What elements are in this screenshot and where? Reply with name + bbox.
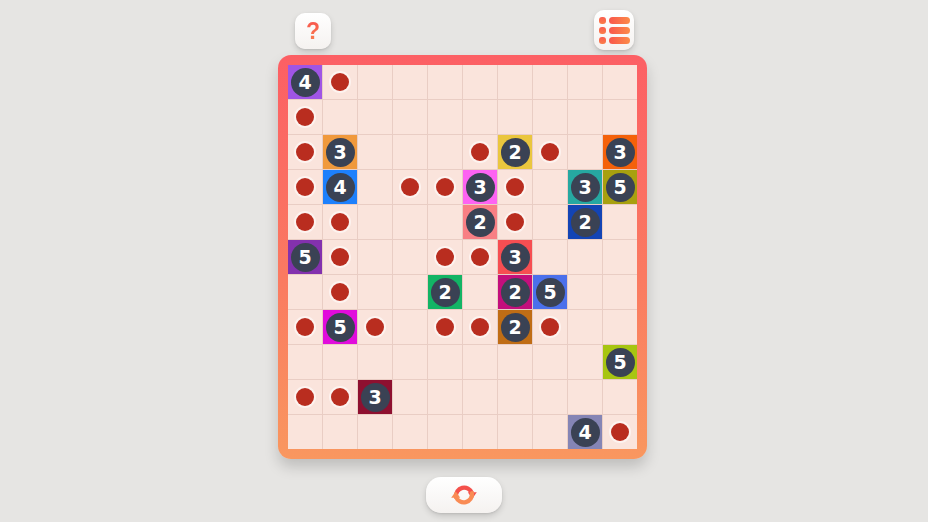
cell-r1c10[interactable] (603, 65, 637, 99)
cell-r6c10[interactable] (603, 240, 637, 274)
cell-r10c9[interactable] (568, 380, 602, 414)
cell-r5c6[interactable]: 2 (463, 205, 497, 239)
cell-r3c8[interactable] (533, 135, 567, 169)
cell-r3c7[interactable]: 2 (498, 135, 532, 169)
clue-number-4: 4 (571, 418, 600, 447)
cell-r1c4[interactable] (393, 65, 427, 99)
clue-number-2: 2 (501, 278, 530, 307)
cell-r1c1[interactable]: 4 (288, 65, 322, 99)
question-mark-icon: ? (306, 20, 320, 43)
clue-number-4: 4 (291, 68, 320, 97)
red-dot (296, 213, 314, 231)
cell-r9c1[interactable] (288, 345, 322, 379)
red-dot (366, 318, 384, 336)
cell-r10c8[interactable] (533, 380, 567, 414)
cell-r9c2[interactable] (323, 345, 357, 379)
cell-r10c7[interactable] (498, 380, 532, 414)
refresh-icon (451, 482, 477, 508)
clue-number-3: 3 (571, 173, 600, 202)
cell-r3c5[interactable] (428, 135, 462, 169)
cell-r5c10[interactable] (603, 205, 637, 239)
cell-r6c4[interactable] (393, 240, 427, 274)
cell-r10c5[interactable] (428, 380, 462, 414)
cell-r9c8[interactable] (533, 345, 567, 379)
clue-number-5: 5 (536, 278, 565, 307)
cell-r7c5[interactable]: 2 (428, 275, 462, 309)
cell-r9c7[interactable] (498, 345, 532, 379)
red-dot (296, 388, 314, 406)
cell-r11c10[interactable] (603, 415, 637, 449)
cell-r2c3[interactable] (358, 100, 392, 134)
cell-r6c7[interactable]: 3 (498, 240, 532, 274)
clue-number-5: 5 (291, 243, 320, 272)
red-dot (541, 318, 559, 336)
cell-r1c5[interactable] (428, 65, 462, 99)
cell-r7c8[interactable]: 5 (533, 275, 567, 309)
cell-r4c8[interactable] (533, 170, 567, 204)
cell-r6c1[interactable]: 5 (288, 240, 322, 274)
cell-r8c1[interactable] (288, 310, 322, 344)
red-dot (296, 318, 314, 336)
cell-r7c6[interactable] (463, 275, 497, 309)
red-dot (296, 178, 314, 196)
cell-r1c9[interactable] (568, 65, 602, 99)
help-button[interactable]: ? (295, 13, 331, 49)
cell-r2c4[interactable] (393, 100, 427, 134)
red-dot (471, 318, 489, 336)
cell-r6c2[interactable] (323, 240, 357, 274)
cell-r7c10[interactable] (603, 275, 637, 309)
clue-number-5: 5 (606, 348, 635, 377)
board-grid: 43234335225322552534 (288, 65, 637, 449)
clue-number-2: 2 (501, 313, 530, 342)
red-dot (436, 178, 454, 196)
cell-r5c5[interactable] (428, 205, 462, 239)
cell-r11c7[interactable] (498, 415, 532, 449)
cell-r9c3[interactable] (358, 345, 392, 379)
cell-r1c8[interactable] (533, 65, 567, 99)
red-dot (331, 283, 349, 301)
cell-r8c6[interactable] (463, 310, 497, 344)
cell-r10c10[interactable] (603, 380, 637, 414)
cell-r3c4[interactable] (393, 135, 427, 169)
red-dot (436, 318, 454, 336)
red-dot (471, 248, 489, 266)
cell-r8c10[interactable] (603, 310, 637, 344)
cell-r2c9[interactable] (568, 100, 602, 134)
cell-r10c3[interactable]: 3 (358, 380, 392, 414)
cell-r8c3[interactable] (358, 310, 392, 344)
cell-r2c6[interactable] (463, 100, 497, 134)
clue-number-2: 2 (466, 208, 495, 237)
cell-r5c4[interactable] (393, 205, 427, 239)
clue-number-2: 2 (501, 138, 530, 167)
cell-r2c7[interactable] (498, 100, 532, 134)
cell-r4c1[interactable] (288, 170, 322, 204)
red-dot (296, 108, 314, 126)
cell-r1c6[interactable] (463, 65, 497, 99)
cell-r3c9[interactable] (568, 135, 602, 169)
cell-r5c7[interactable] (498, 205, 532, 239)
clue-number-5: 5 (606, 173, 635, 202)
cell-r9c10[interactable]: 5 (603, 345, 637, 379)
cell-r8c2[interactable]: 5 (323, 310, 357, 344)
clue-number-3: 3 (466, 173, 495, 202)
cell-r11c9[interactable]: 4 (568, 415, 602, 449)
red-dot (401, 178, 419, 196)
cell-r7c1[interactable] (288, 275, 322, 309)
cell-r6c8[interactable] (533, 240, 567, 274)
cell-r3c3[interactable] (358, 135, 392, 169)
cell-r11c1[interactable] (288, 415, 322, 449)
red-dot (541, 143, 559, 161)
clue-number-5: 5 (326, 313, 355, 342)
clue-number-3: 3 (501, 243, 530, 272)
cell-r11c5[interactable] (428, 415, 462, 449)
cell-r7c4[interactable] (393, 275, 427, 309)
cell-r9c6[interactable] (463, 345, 497, 379)
cell-r1c7[interactable] (498, 65, 532, 99)
clue-number-3: 3 (606, 138, 635, 167)
cell-r3c1[interactable] (288, 135, 322, 169)
cell-r4c6[interactable]: 3 (463, 170, 497, 204)
red-dot (331, 213, 349, 231)
list-icon (599, 17, 630, 44)
red-dot (506, 178, 524, 196)
cell-r2c2[interactable] (323, 100, 357, 134)
cell-r4c3[interactable] (358, 170, 392, 204)
cell-r6c9[interactable] (568, 240, 602, 274)
cell-r5c3[interactable] (358, 205, 392, 239)
restart-button[interactable] (426, 477, 502, 513)
cell-r6c6[interactable] (463, 240, 497, 274)
cell-r8c8[interactable] (533, 310, 567, 344)
cell-r9c5[interactable] (428, 345, 462, 379)
clue-number-2: 2 (431, 278, 460, 307)
clue-number-3: 3 (326, 138, 355, 167)
level-list-button[interactable] (594, 10, 634, 50)
cell-r3c2[interactable]: 3 (323, 135, 357, 169)
cell-r4c7[interactable] (498, 170, 532, 204)
cell-r11c6[interactable] (463, 415, 497, 449)
cell-r7c3[interactable] (358, 275, 392, 309)
cell-r2c10[interactable] (603, 100, 637, 134)
red-dot (331, 73, 349, 91)
red-dot (331, 388, 349, 406)
cell-r10c4[interactable] (393, 380, 427, 414)
red-dot (331, 248, 349, 266)
red-dot (471, 143, 489, 161)
cell-r7c7[interactable]: 2 (498, 275, 532, 309)
cell-r4c10[interactable]: 5 (603, 170, 637, 204)
cell-r6c3[interactable] (358, 240, 392, 274)
cell-r3c10[interactable]: 3 (603, 135, 637, 169)
cell-r5c9[interactable]: 2 (568, 205, 602, 239)
cell-r2c1[interactable] (288, 100, 322, 134)
cell-r10c6[interactable] (463, 380, 497, 414)
cell-r5c8[interactable] (533, 205, 567, 239)
clue-number-2: 2 (571, 208, 600, 237)
red-dot (296, 143, 314, 161)
red-dot (611, 423, 629, 441)
cell-r4c9[interactable]: 3 (568, 170, 602, 204)
cell-r5c1[interactable] (288, 205, 322, 239)
cell-r8c7[interactable]: 2 (498, 310, 532, 344)
puzzle-board: 43234335225322552534 (278, 55, 647, 459)
red-dot (436, 248, 454, 266)
cell-r4c4[interactable] (393, 170, 427, 204)
cell-r10c1[interactable] (288, 380, 322, 414)
cell-r9c9[interactable] (568, 345, 602, 379)
red-dot (506, 213, 524, 231)
cell-r11c3[interactable] (358, 415, 392, 449)
cell-r8c9[interactable] (568, 310, 602, 344)
cell-r2c8[interactable] (533, 100, 567, 134)
cell-r11c4[interactable] (393, 415, 427, 449)
cell-r6c5[interactable] (428, 240, 462, 274)
cell-r7c2[interactable] (323, 275, 357, 309)
cell-r9c4[interactable] (393, 345, 427, 379)
cell-r5c2[interactable] (323, 205, 357, 239)
cell-r2c5[interactable] (428, 100, 462, 134)
cell-r8c5[interactable] (428, 310, 462, 344)
cell-r4c2[interactable]: 4 (323, 170, 357, 204)
cell-r4c5[interactable] (428, 170, 462, 204)
cell-r3c6[interactable] (463, 135, 497, 169)
clue-number-4: 4 (326, 173, 355, 202)
app-background: ? 43234335225322552534 (0, 0, 928, 522)
cell-r7c9[interactable] (568, 275, 602, 309)
cell-r11c8[interactable] (533, 415, 567, 449)
cell-r1c2[interactable] (323, 65, 357, 99)
cell-r10c2[interactable] (323, 380, 357, 414)
cell-r8c4[interactable] (393, 310, 427, 344)
clue-number-3: 3 (361, 383, 390, 412)
cell-r11c2[interactable] (323, 415, 357, 449)
cell-r1c3[interactable] (358, 65, 392, 99)
